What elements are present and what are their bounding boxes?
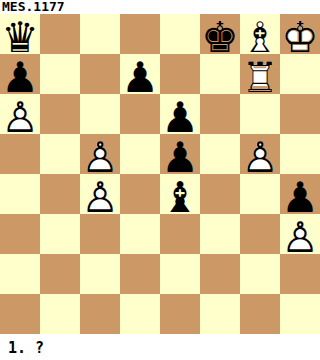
move-prompt: 1. ?: [0, 334, 320, 356]
square-b3[interactable]: [40, 214, 80, 254]
square-d8[interactable]: [120, 14, 160, 54]
black-piece-glyph: ♟: [120, 58, 160, 98]
black-piece-glyph: ♟: [280, 178, 320, 218]
square-d7[interactable]: ♟: [120, 54, 160, 94]
piece-white-rook[interactable]: ♜♖: [240, 54, 280, 94]
square-c6[interactable]: [80, 94, 120, 134]
black-piece-glyph: ♟: [160, 98, 200, 138]
square-h2[interactable]: [280, 254, 320, 294]
square-f8[interactable]: ♚: [200, 14, 240, 54]
piece-black-pawn[interactable]: ♟: [160, 94, 200, 134]
square-d4[interactable]: [120, 174, 160, 214]
square-g1[interactable]: [240, 294, 280, 334]
square-h6[interactable]: [280, 94, 320, 134]
square-e2[interactable]: [160, 254, 200, 294]
square-c5[interactable]: ♟♙: [80, 134, 120, 174]
square-b5[interactable]: [40, 134, 80, 174]
piece-black-pawn[interactable]: ♟: [120, 54, 160, 94]
square-e6[interactable]: ♟: [160, 94, 200, 134]
square-e5[interactable]: ♟: [160, 134, 200, 174]
square-g5[interactable]: ♟♙: [240, 134, 280, 174]
white-piece-fill: ♟: [80, 178, 120, 218]
square-b8[interactable]: [40, 14, 80, 54]
puzzle-id: MES.1177: [0, 0, 320, 14]
square-f2[interactable]: [200, 254, 240, 294]
square-e3[interactable]: [160, 214, 200, 254]
piece-black-king[interactable]: ♚: [200, 14, 240, 54]
piece-white-pawn[interactable]: ♟♙: [280, 214, 320, 254]
square-a1[interactable]: [0, 294, 40, 334]
square-b2[interactable]: [40, 254, 80, 294]
piece-black-pawn[interactable]: ♟: [280, 174, 320, 214]
white-piece-fill: ♟: [0, 98, 40, 138]
black-piece-glyph: ♟: [0, 58, 40, 98]
piece-white-pawn[interactable]: ♟♙: [240, 134, 280, 174]
white-piece-outline: ♙: [280, 218, 320, 258]
white-piece-outline: ♙: [240, 138, 280, 178]
square-g6[interactable]: [240, 94, 280, 134]
square-f7[interactable]: [200, 54, 240, 94]
square-h4[interactable]: ♟: [280, 174, 320, 214]
white-piece-fill: ♜: [240, 58, 280, 98]
black-piece-glyph: ♟: [160, 138, 200, 178]
square-h7[interactable]: [280, 54, 320, 94]
white-piece-fill: ♟: [80, 138, 120, 178]
square-a6[interactable]: ♟♙: [0, 94, 40, 134]
square-b7[interactable]: [40, 54, 80, 94]
piece-black-queen[interactable]: ♛: [0, 14, 40, 54]
piece-white-bishop[interactable]: ♝♗: [240, 14, 280, 54]
square-a8[interactable]: ♛: [0, 14, 40, 54]
square-d2[interactable]: [120, 254, 160, 294]
square-f5[interactable]: [200, 134, 240, 174]
black-piece-glyph: ♛: [0, 18, 40, 58]
square-e7[interactable]: [160, 54, 200, 94]
square-d5[interactable]: [120, 134, 160, 174]
white-piece-outline: ♙: [80, 178, 120, 218]
square-f1[interactable]: [200, 294, 240, 334]
white-piece-fill: ♝: [240, 18, 280, 58]
piece-black-pawn[interactable]: ♟: [160, 134, 200, 174]
piece-white-pawn[interactable]: ♟♙: [0, 94, 40, 134]
square-f6[interactable]: [200, 94, 240, 134]
white-piece-fill: ♟: [280, 218, 320, 258]
square-h3[interactable]: ♟♙: [280, 214, 320, 254]
square-b1[interactable]: [40, 294, 80, 334]
square-c2[interactable]: [80, 254, 120, 294]
square-g7[interactable]: ♜♖: [240, 54, 280, 94]
square-h1[interactable]: [280, 294, 320, 334]
white-piece-outline: ♗: [240, 18, 280, 58]
square-c4[interactable]: ♟♙: [80, 174, 120, 214]
square-d6[interactable]: [120, 94, 160, 134]
square-h5[interactable]: [280, 134, 320, 174]
piece-white-king[interactable]: ♚♔: [280, 14, 320, 54]
piece-white-pawn[interactable]: ♟♙: [80, 134, 120, 174]
square-a5[interactable]: [0, 134, 40, 174]
white-piece-fill: ♟: [240, 138, 280, 178]
black-piece-glyph: ♚: [200, 18, 240, 58]
square-g3[interactable]: [240, 214, 280, 254]
square-g8[interactable]: ♝♗: [240, 14, 280, 54]
square-f4[interactable]: [200, 174, 240, 214]
square-e4[interactable]: ♝: [160, 174, 200, 214]
black-piece-glyph: ♝: [160, 178, 200, 218]
white-piece-outline: ♔: [280, 18, 320, 58]
square-d1[interactable]: [120, 294, 160, 334]
square-b4[interactable]: [40, 174, 80, 214]
square-a4[interactable]: [0, 174, 40, 214]
white-piece-fill: ♚: [280, 18, 320, 58]
square-c8[interactable]: [80, 14, 120, 54]
piece-black-pawn[interactable]: ♟: [0, 54, 40, 94]
square-h8[interactable]: ♚♔: [280, 14, 320, 54]
square-a2[interactable]: [0, 254, 40, 294]
square-a7[interactable]: ♟: [0, 54, 40, 94]
chess-board: ♛♚♝♗♚♔♟♟♜♖♟♙♟♟♙♟♟♙♟♙♝♟♟♙: [0, 14, 320, 334]
square-a3[interactable]: [0, 214, 40, 254]
square-d3[interactable]: [120, 214, 160, 254]
square-e8[interactable]: [160, 14, 200, 54]
square-b6[interactable]: [40, 94, 80, 134]
square-c7[interactable]: [80, 54, 120, 94]
white-piece-outline: ♙: [80, 138, 120, 178]
piece-black-bishop[interactable]: ♝: [160, 174, 200, 214]
piece-white-pawn[interactable]: ♟♙: [80, 174, 120, 214]
white-piece-outline: ♖: [240, 58, 280, 98]
square-f3[interactable]: [200, 214, 240, 254]
square-e1[interactable]: [160, 294, 200, 334]
square-g2[interactable]: [240, 254, 280, 294]
white-piece-outline: ♙: [0, 98, 40, 138]
square-c1[interactable]: [80, 294, 120, 334]
square-g4[interactable]: [240, 174, 280, 214]
square-c3[interactable]: [80, 214, 120, 254]
